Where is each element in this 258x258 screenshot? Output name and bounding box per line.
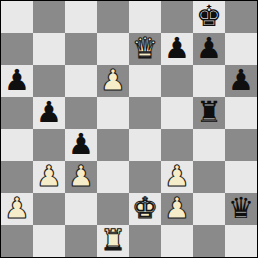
square-a5[interactable] — [1, 97, 33, 129]
square-a8[interactable] — [1, 1, 33, 33]
square-b3[interactable]: ♟ — [33, 161, 65, 193]
white-king-piece: ♚ — [132, 193, 158, 224]
square-a4[interactable] — [1, 129, 33, 161]
square-h6[interactable]: ♟ — [225, 65, 257, 97]
square-a2[interactable]: ♟ — [1, 193, 33, 225]
white-queen-piece: ♛ — [132, 33, 158, 64]
square-e8[interactable] — [129, 1, 161, 33]
square-a6[interactable]: ♟ — [1, 65, 33, 97]
square-h4[interactable] — [225, 129, 257, 161]
black-rook-piece: ♜ — [196, 97, 222, 128]
black-pawn-piece: ♟ — [228, 65, 254, 96]
chess-board-frame: ♚♛♟♟♟♟♟♟♜♟♟♟♟♟♚♟♛♜ — [0, 0, 258, 258]
square-d1[interactable]: ♜ — [97, 225, 129, 257]
square-g2[interactable] — [193, 193, 225, 225]
square-e3[interactable] — [129, 161, 161, 193]
square-f5[interactable] — [161, 97, 193, 129]
square-h1[interactable] — [225, 225, 257, 257]
square-b5[interactable]: ♟ — [33, 97, 65, 129]
white-pawn-piece: ♟ — [164, 161, 190, 192]
square-g6[interactable] — [193, 65, 225, 97]
square-f4[interactable] — [161, 129, 193, 161]
white-pawn-piece: ♟ — [164, 193, 190, 224]
square-b6[interactable] — [33, 65, 65, 97]
black-pawn-piece: ♟ — [164, 33, 190, 64]
square-e1[interactable] — [129, 225, 161, 257]
square-d4[interactable] — [97, 129, 129, 161]
square-b8[interactable] — [33, 1, 65, 33]
square-c8[interactable] — [65, 1, 97, 33]
square-g5[interactable]: ♜ — [193, 97, 225, 129]
chess-board: ♚♛♟♟♟♟♟♟♜♟♟♟♟♟♚♟♛♜ — [1, 1, 257, 257]
square-c2[interactable] — [65, 193, 97, 225]
square-d8[interactable] — [97, 1, 129, 33]
square-f7[interactable]: ♟ — [161, 33, 193, 65]
square-d6[interactable]: ♟ — [97, 65, 129, 97]
square-d3[interactable] — [97, 161, 129, 193]
square-d5[interactable] — [97, 97, 129, 129]
square-h2[interactable]: ♛ — [225, 193, 257, 225]
square-e5[interactable] — [129, 97, 161, 129]
square-g3[interactable] — [193, 161, 225, 193]
square-a3[interactable] — [1, 161, 33, 193]
black-queen-piece: ♛ — [228, 193, 254, 224]
square-f3[interactable]: ♟ — [161, 161, 193, 193]
square-b1[interactable] — [33, 225, 65, 257]
square-f1[interactable] — [161, 225, 193, 257]
black-pawn-piece: ♟ — [68, 129, 94, 160]
square-c5[interactable] — [65, 97, 97, 129]
square-f2[interactable]: ♟ — [161, 193, 193, 225]
square-c1[interactable] — [65, 225, 97, 257]
white-pawn-piece: ♟ — [68, 161, 94, 192]
white-pawn-piece: ♟ — [100, 65, 126, 96]
square-e2[interactable]: ♚ — [129, 193, 161, 225]
square-h5[interactable] — [225, 97, 257, 129]
square-e7[interactable]: ♛ — [129, 33, 161, 65]
square-e4[interactable] — [129, 129, 161, 161]
square-a7[interactable] — [1, 33, 33, 65]
square-b7[interactable] — [33, 33, 65, 65]
square-g4[interactable] — [193, 129, 225, 161]
square-c6[interactable] — [65, 65, 97, 97]
square-b2[interactable] — [33, 193, 65, 225]
square-h8[interactable] — [225, 1, 257, 33]
square-f6[interactable] — [161, 65, 193, 97]
square-c7[interactable] — [65, 33, 97, 65]
black-pawn-piece: ♟ — [196, 33, 222, 64]
black-king-piece: ♚ — [196, 1, 222, 32]
square-d7[interactable] — [97, 33, 129, 65]
square-h3[interactable] — [225, 161, 257, 193]
square-g1[interactable] — [193, 225, 225, 257]
square-g7[interactable]: ♟ — [193, 33, 225, 65]
white-pawn-piece: ♟ — [4, 193, 30, 224]
square-f8[interactable] — [161, 1, 193, 33]
square-b4[interactable] — [33, 129, 65, 161]
square-e6[interactable] — [129, 65, 161, 97]
square-c3[interactable]: ♟ — [65, 161, 97, 193]
black-pawn-piece: ♟ — [36, 97, 62, 128]
white-pawn-piece: ♟ — [36, 161, 62, 192]
square-d2[interactable] — [97, 193, 129, 225]
square-h7[interactable] — [225, 33, 257, 65]
square-g8[interactable]: ♚ — [193, 1, 225, 33]
square-c4[interactable]: ♟ — [65, 129, 97, 161]
square-a1[interactable] — [1, 225, 33, 257]
black-pawn-piece: ♟ — [4, 65, 30, 96]
white-rook-piece: ♜ — [100, 225, 126, 256]
